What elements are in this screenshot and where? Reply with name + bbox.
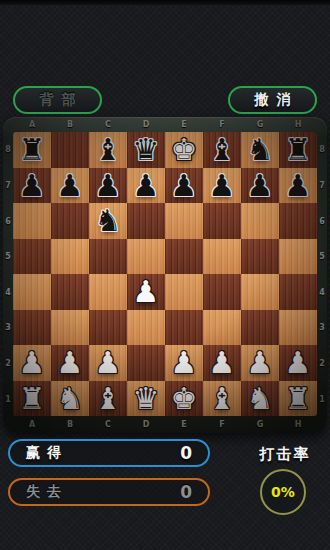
white-bishop-f1: ♝ [209,381,236,416]
black-pawn-d7: ♟ [133,168,160,203]
white-pawn-d4: ♟ [133,274,160,309]
black-knight-c6: ♞ [95,203,122,238]
hit-rate-label: 打击率 [248,445,322,464]
rank-label-2: 2 [3,346,13,382]
file-label-b: B [51,117,89,132]
square-h7[interactable]: ♟ [279,168,317,204]
square-d5[interactable] [127,239,165,275]
square-c5[interactable] [89,239,127,275]
rank-label-8: 8 [317,132,327,168]
square-b7[interactable]: ♟ [51,168,89,204]
square-e7[interactable]: ♟ [165,168,203,204]
square-d8[interactable]: ♛ [127,132,165,168]
rank-label-5: 5 [3,239,13,275]
square-h1[interactable]: ♜ [279,381,317,417]
square-c1[interactable]: ♝ [89,381,127,417]
square-d6[interactable] [127,203,165,239]
back-button[interactable]: 背部 [13,86,102,114]
white-pawn-a2: ♟ [19,345,46,380]
square-b3[interactable] [51,310,89,346]
rank-label-6: 6 [3,203,13,239]
file-label-c: C [89,117,127,132]
white-rook-h1: ♜ [285,381,312,416]
rank-label-8: 8 [3,132,13,168]
square-e1[interactable]: ♚ [165,381,203,417]
black-rook-a8: ♜ [19,132,46,167]
square-f7[interactable]: ♟ [203,168,241,204]
square-f6[interactable] [203,203,241,239]
square-h4[interactable] [279,274,317,310]
square-b1[interactable]: ♞ [51,381,89,417]
square-f8[interactable]: ♝ [203,132,241,168]
square-a8[interactable]: ♜ [13,132,51,168]
rank-label-5: 5 [317,239,327,275]
square-c4[interactable] [89,274,127,310]
square-e8[interactable]: ♚ [165,132,203,168]
file-label-h: H [279,417,317,432]
square-e6[interactable] [165,203,203,239]
file-labels-top: ABCDEFGH [13,117,317,132]
file-label-g: G [241,417,279,432]
white-pawn-h2: ♟ [285,345,312,380]
rank-label-2: 2 [317,346,327,382]
square-a7[interactable]: ♟ [13,168,51,204]
square-c6[interactable]: ♞ [89,203,127,239]
square-f5[interactable] [203,239,241,275]
chess-board: ABCDEFGH 87654321 ♜♝♛♚♝♞♜♟♟♟♟♟♟♟♟♞♟♟♟♟♟♟… [3,117,327,433]
square-e4[interactable] [165,274,203,310]
square-c8[interactable]: ♝ [89,132,127,168]
file-label-g: G [241,117,279,132]
file-label-h: H [279,117,317,132]
square-g1[interactable]: ♞ [241,381,279,417]
rank-label-1: 1 [3,381,13,417]
losses-value: 0 [180,482,192,502]
square-a2[interactable]: ♟ [13,345,51,381]
black-bishop-f8: ♝ [209,132,236,167]
square-h6[interactable] [279,203,317,239]
rank-label-3: 3 [3,310,13,346]
black-pawn-h7: ♟ [285,168,312,203]
square-f1[interactable]: ♝ [203,381,241,417]
board-squares: ♜♝♛♚♝♞♜♟♟♟♟♟♟♟♟♞♟♟♟♟♟♟♟♟♜♞♝♛♚♝♞♜ [13,132,317,416]
rank-labels-left: 87654321 [3,132,13,417]
file-labels-bottom: ABCDEFGH [13,417,317,432]
file-label-c: C [89,417,127,432]
square-h8[interactable]: ♜ [279,132,317,168]
square-b5[interactable] [51,239,89,275]
square-e5[interactable] [165,239,203,275]
file-label-e: E [165,117,203,132]
square-g8[interactable]: ♞ [241,132,279,168]
square-g3[interactable] [241,310,279,346]
square-f3[interactable] [203,310,241,346]
file-label-f: F [203,117,241,132]
square-b8[interactable] [51,132,89,168]
file-label-f: F [203,417,241,432]
square-b6[interactable] [51,203,89,239]
rank-label-3: 3 [317,310,327,346]
square-g4[interactable] [241,274,279,310]
white-pawn-c2: ♟ [95,345,122,380]
square-e3[interactable] [165,310,203,346]
black-queen-d8: ♛ [133,132,160,167]
white-king-e1: ♚ [171,381,198,416]
file-label-d: D [127,417,165,432]
square-d1[interactable]: ♛ [127,381,165,417]
rank-label-7: 7 [3,168,13,204]
rank-labels-right: 87654321 [317,132,327,417]
square-d3[interactable] [127,310,165,346]
file-label-a: A [13,117,51,132]
square-f2[interactable]: ♟ [203,345,241,381]
white-bishop-c1: ♝ [95,381,122,416]
wins-counter: 赢得 0 [8,439,210,467]
white-knight-g1: ♞ [247,381,274,416]
white-pawn-b2: ♟ [57,345,84,380]
square-c3[interactable] [89,310,127,346]
status-bar [0,0,330,5]
losses-counter: 失去 0 [8,478,210,506]
square-g6[interactable] [241,203,279,239]
black-pawn-g7: ♟ [247,168,274,203]
square-d4[interactable]: ♟ [127,274,165,310]
undo-button[interactable]: 撤消 [228,86,317,114]
losses-label: 失去 [26,483,68,501]
square-g7[interactable]: ♟ [241,168,279,204]
square-c7[interactable]: ♟ [89,168,127,204]
black-pawn-c7: ♟ [95,168,122,203]
square-d7[interactable]: ♟ [127,168,165,204]
white-rook-a1: ♜ [19,381,46,416]
square-b4[interactable] [51,274,89,310]
square-a4[interactable] [13,274,51,310]
black-bishop-c8: ♝ [95,132,122,167]
wins-value: 0 [180,443,192,463]
file-label-b: B [51,417,89,432]
hit-rate-value: 0% [271,484,295,500]
black-pawn-e7: ♟ [171,168,198,203]
black-king-e8: ♚ [171,132,198,167]
rank-label-7: 7 [317,168,327,204]
rank-label-6: 6 [317,203,327,239]
rank-label-4: 4 [3,275,13,311]
square-c2[interactable]: ♟ [89,345,127,381]
white-queen-d1: ♛ [133,381,160,416]
square-a3[interactable] [13,310,51,346]
hit-rate-badge: 0% [260,469,306,515]
square-h2[interactable]: ♟ [279,345,317,381]
square-a6[interactable] [13,203,51,239]
white-pawn-e2: ♟ [171,345,198,380]
wins-label: 赢得 [26,444,68,462]
square-d2[interactable] [127,345,165,381]
file-label-d: D [127,117,165,132]
black-pawn-b7: ♟ [57,168,84,203]
file-label-a: A [13,417,51,432]
square-g5[interactable] [241,239,279,275]
file-label-e: E [165,417,203,432]
white-pawn-g2: ♟ [247,345,274,380]
square-a1[interactable]: ♜ [13,381,51,417]
square-h5[interactable] [279,239,317,275]
black-pawn-a7: ♟ [19,168,46,203]
square-f4[interactable] [203,274,241,310]
square-b2[interactable]: ♟ [51,345,89,381]
square-a5[interactable] [13,239,51,275]
black-rook-h8: ♜ [285,132,312,167]
square-g2[interactable]: ♟ [241,345,279,381]
rank-label-1: 1 [317,381,327,417]
white-knight-b1: ♞ [57,381,84,416]
black-pawn-f7: ♟ [209,168,236,203]
black-knight-g8: ♞ [247,132,274,167]
white-pawn-f2: ♟ [209,345,236,380]
square-h3[interactable] [279,310,317,346]
square-e2[interactable]: ♟ [165,345,203,381]
rank-label-4: 4 [317,275,327,311]
